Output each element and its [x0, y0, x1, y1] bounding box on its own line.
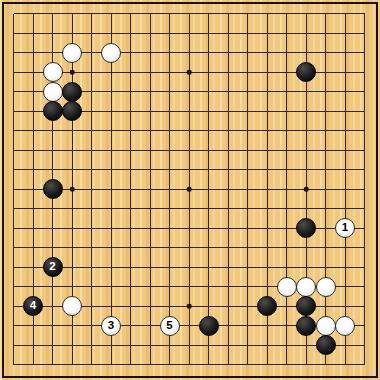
intersection-B10[interactable]: [23, 179, 43, 199]
intersection-H16[interactable]: [140, 62, 160, 82]
intersection-O19[interactable]: [257, 4, 277, 24]
intersection-O9[interactable]: [257, 199, 277, 219]
intersection-Q11[interactable]: [296, 160, 316, 180]
intersection-S6[interactable]: [335, 257, 355, 277]
intersection-F8[interactable]: [101, 218, 121, 238]
intersection-D15[interactable]: [62, 82, 82, 102]
intersection-E14[interactable]: [82, 101, 102, 121]
intersection-F19[interactable]: [101, 4, 121, 24]
intersection-Q7[interactable]: [296, 238, 316, 258]
intersection-D5[interactable]: [62, 277, 82, 297]
intersection-F13[interactable]: [101, 121, 121, 141]
intersection-E12[interactable]: [82, 140, 102, 160]
intersection-O5[interactable]: [257, 277, 277, 297]
intersection-N10[interactable]: [238, 179, 258, 199]
intersection-T4[interactable]: [355, 296, 375, 316]
intersection-Q4[interactable]: [296, 296, 316, 316]
intersection-O6[interactable]: [257, 257, 277, 277]
intersection-M8[interactable]: [218, 218, 238, 238]
intersection-B9[interactable]: [23, 199, 43, 219]
intersection-R16[interactable]: [316, 62, 336, 82]
intersection-B6[interactable]: [23, 257, 43, 277]
intersection-R8[interactable]: [316, 218, 336, 238]
intersection-J9[interactable]: [160, 199, 180, 219]
intersection-N19[interactable]: [238, 4, 258, 24]
intersection-P9[interactable]: [277, 199, 297, 219]
intersection-T2[interactable]: [355, 335, 375, 355]
intersection-K18[interactable]: [179, 23, 199, 43]
intersection-A3[interactable]: [4, 316, 24, 336]
intersection-R6[interactable]: [316, 257, 336, 277]
intersection-T17[interactable]: [355, 43, 375, 63]
intersection-M6[interactable]: [218, 257, 238, 277]
intersection-D14[interactable]: [62, 101, 82, 121]
intersection-Q3[interactable]: [296, 316, 316, 336]
intersection-H7[interactable]: [140, 238, 160, 258]
intersection-P15[interactable]: [277, 82, 297, 102]
intersection-Q12[interactable]: [296, 140, 316, 160]
intersection-B8[interactable]: [23, 218, 43, 238]
intersection-O10[interactable]: [257, 179, 277, 199]
intersection-G2[interactable]: [121, 335, 141, 355]
intersection-T16[interactable]: [355, 62, 375, 82]
intersection-N15[interactable]: [238, 82, 258, 102]
intersection-D8[interactable]: [62, 218, 82, 238]
intersection-C1[interactable]: [43, 355, 63, 375]
intersection-H14[interactable]: [140, 101, 160, 121]
intersection-E16[interactable]: [82, 62, 102, 82]
intersection-K1[interactable]: [179, 355, 199, 375]
intersection-A18[interactable]: [4, 23, 24, 43]
intersection-M14[interactable]: [218, 101, 238, 121]
intersection-E10[interactable]: [82, 179, 102, 199]
intersection-D11[interactable]: [62, 160, 82, 180]
intersection-N11[interactable]: [238, 160, 258, 180]
intersection-T9[interactable]: [355, 199, 375, 219]
intersection-L14[interactable]: [199, 101, 219, 121]
intersection-Q6[interactable]: [296, 257, 316, 277]
intersection-F14[interactable]: [101, 101, 121, 121]
intersection-L12[interactable]: [199, 140, 219, 160]
intersection-L7[interactable]: [199, 238, 219, 258]
intersection-S15[interactable]: [335, 82, 355, 102]
intersection-J6[interactable]: [160, 257, 180, 277]
intersection-J15[interactable]: [160, 82, 180, 102]
intersection-C5[interactable]: [43, 277, 63, 297]
intersection-P11[interactable]: [277, 160, 297, 180]
intersection-D18[interactable]: [62, 23, 82, 43]
intersection-P2[interactable]: [277, 335, 297, 355]
intersection-D1[interactable]: [62, 355, 82, 375]
intersection-C12[interactable]: [43, 140, 63, 160]
intersection-M2[interactable]: [218, 335, 238, 355]
intersection-G14[interactable]: [121, 101, 141, 121]
intersection-Q9[interactable]: [296, 199, 316, 219]
intersection-K11[interactable]: [179, 160, 199, 180]
intersection-S3[interactable]: [335, 316, 355, 336]
intersection-E2[interactable]: [82, 335, 102, 355]
intersection-O15[interactable]: [257, 82, 277, 102]
intersection-A9[interactable]: [4, 199, 24, 219]
intersection-H10[interactable]: [140, 179, 160, 199]
intersection-K3[interactable]: [179, 316, 199, 336]
intersection-H9[interactable]: [140, 199, 160, 219]
intersection-F6[interactable]: [101, 257, 121, 277]
intersection-L3[interactable]: [199, 316, 219, 336]
intersection-D7[interactable]: [62, 238, 82, 258]
intersection-F4[interactable]: [101, 296, 121, 316]
intersection-S17[interactable]: [335, 43, 355, 63]
intersection-R2[interactable]: [316, 335, 336, 355]
intersection-N6[interactable]: [238, 257, 258, 277]
intersection-O17[interactable]: [257, 43, 277, 63]
intersection-T11[interactable]: [355, 160, 375, 180]
intersection-A10[interactable]: [4, 179, 24, 199]
intersection-E9[interactable]: [82, 199, 102, 219]
intersection-J11[interactable]: [160, 160, 180, 180]
intersection-C3[interactable]: [43, 316, 63, 336]
intersection-N17[interactable]: [238, 43, 258, 63]
intersection-B3[interactable]: [23, 316, 43, 336]
intersection-F3[interactable]: 3: [101, 316, 121, 336]
intersection-T8[interactable]: [355, 218, 375, 238]
intersection-S13[interactable]: [335, 121, 355, 141]
intersection-G13[interactable]: [121, 121, 141, 141]
intersection-A13[interactable]: [4, 121, 24, 141]
intersection-R9[interactable]: [316, 199, 336, 219]
intersection-G8[interactable]: [121, 218, 141, 238]
intersection-E1[interactable]: [82, 355, 102, 375]
intersection-B1[interactable]: [23, 355, 43, 375]
intersection-K16[interactable]: [179, 62, 199, 82]
intersection-H8[interactable]: [140, 218, 160, 238]
intersection-Q1[interactable]: [296, 355, 316, 375]
intersection-E19[interactable]: [82, 4, 102, 24]
intersection-S1[interactable]: [335, 355, 355, 375]
intersection-F2[interactable]: [101, 335, 121, 355]
intersection-C2[interactable]: [43, 335, 63, 355]
intersection-N18[interactable]: [238, 23, 258, 43]
intersection-K7[interactable]: [179, 238, 199, 258]
intersection-G6[interactable]: [121, 257, 141, 277]
intersection-A4[interactable]: [4, 296, 24, 316]
intersection-K8[interactable]: [179, 218, 199, 238]
intersection-C15[interactable]: [43, 82, 63, 102]
intersection-B5[interactable]: [23, 277, 43, 297]
intersection-N5[interactable]: [238, 277, 258, 297]
intersection-O2[interactable]: [257, 335, 277, 355]
intersection-F17[interactable]: [101, 43, 121, 63]
intersection-N7[interactable]: [238, 238, 258, 258]
intersection-C7[interactable]: [43, 238, 63, 258]
intersection-F11[interactable]: [101, 160, 121, 180]
intersection-O3[interactable]: [257, 316, 277, 336]
intersection-E6[interactable]: [82, 257, 102, 277]
intersection-R18[interactable]: [316, 23, 336, 43]
intersection-H11[interactable]: [140, 160, 160, 180]
intersection-S8[interactable]: 1: [335, 218, 355, 238]
intersection-T10[interactable]: [355, 179, 375, 199]
intersection-R19[interactable]: [316, 4, 336, 24]
intersection-N14[interactable]: [238, 101, 258, 121]
intersection-M4[interactable]: [218, 296, 238, 316]
intersection-O8[interactable]: [257, 218, 277, 238]
intersection-B2[interactable]: [23, 335, 43, 355]
intersection-L19[interactable]: [199, 4, 219, 24]
intersection-A8[interactable]: [4, 218, 24, 238]
intersection-E7[interactable]: [82, 238, 102, 258]
intersection-M11[interactable]: [218, 160, 238, 180]
intersection-A5[interactable]: [4, 277, 24, 297]
intersection-N16[interactable]: [238, 62, 258, 82]
intersection-M9[interactable]: [218, 199, 238, 219]
intersection-J12[interactable]: [160, 140, 180, 160]
intersection-L9[interactable]: [199, 199, 219, 219]
intersection-M12[interactable]: [218, 140, 238, 160]
intersection-O7[interactable]: [257, 238, 277, 258]
intersection-A1[interactable]: [4, 355, 24, 375]
intersection-A19[interactable]: [4, 4, 24, 24]
intersection-A2[interactable]: [4, 335, 24, 355]
intersection-K2[interactable]: [179, 335, 199, 355]
intersection-C10[interactable]: [43, 179, 63, 199]
intersection-E17[interactable]: [82, 43, 102, 63]
intersection-K5[interactable]: [179, 277, 199, 297]
intersection-P7[interactable]: [277, 238, 297, 258]
intersection-R15[interactable]: [316, 82, 336, 102]
intersection-J16[interactable]: [160, 62, 180, 82]
intersection-G3[interactable]: [121, 316, 141, 336]
intersection-K13[interactable]: [179, 121, 199, 141]
intersection-J19[interactable]: [160, 4, 180, 24]
intersection-P16[interactable]: [277, 62, 297, 82]
intersection-M3[interactable]: [218, 316, 238, 336]
intersection-S10[interactable]: [335, 179, 355, 199]
intersection-L18[interactable]: [199, 23, 219, 43]
intersection-C13[interactable]: [43, 121, 63, 141]
intersection-O13[interactable]: [257, 121, 277, 141]
intersection-P8[interactable]: [277, 218, 297, 238]
intersection-C14[interactable]: [43, 101, 63, 121]
intersection-S12[interactable]: [335, 140, 355, 160]
intersection-S2[interactable]: [335, 335, 355, 355]
intersection-F18[interactable]: [101, 23, 121, 43]
intersection-L6[interactable]: [199, 257, 219, 277]
intersection-B11[interactable]: [23, 160, 43, 180]
intersection-D16[interactable]: [62, 62, 82, 82]
intersection-C17[interactable]: [43, 43, 63, 63]
intersection-E18[interactable]: [82, 23, 102, 43]
intersection-D3[interactable]: [62, 316, 82, 336]
intersection-S9[interactable]: [335, 199, 355, 219]
intersection-C19[interactable]: [43, 4, 63, 24]
intersection-R10[interactable]: [316, 179, 336, 199]
intersection-J17[interactable]: [160, 43, 180, 63]
intersection-A14[interactable]: [4, 101, 24, 121]
intersection-R4[interactable]: [316, 296, 336, 316]
intersection-M5[interactable]: [218, 277, 238, 297]
intersection-F15[interactable]: [101, 82, 121, 102]
intersection-B14[interactable]: [23, 101, 43, 121]
intersection-S7[interactable]: [335, 238, 355, 258]
intersection-G12[interactable]: [121, 140, 141, 160]
intersection-E11[interactable]: [82, 160, 102, 180]
intersection-E5[interactable]: [82, 277, 102, 297]
intersection-B7[interactable]: [23, 238, 43, 258]
intersection-O11[interactable]: [257, 160, 277, 180]
intersection-R17[interactable]: [316, 43, 336, 63]
intersection-F12[interactable]: [101, 140, 121, 160]
intersection-T1[interactable]: [355, 355, 375, 375]
intersection-H3[interactable]: [140, 316, 160, 336]
intersection-H6[interactable]: [140, 257, 160, 277]
intersection-M7[interactable]: [218, 238, 238, 258]
intersection-D4[interactable]: [62, 296, 82, 316]
intersection-G10[interactable]: [121, 179, 141, 199]
intersection-M16[interactable]: [218, 62, 238, 82]
intersection-L4[interactable]: [199, 296, 219, 316]
intersection-H15[interactable]: [140, 82, 160, 102]
intersection-O14[interactable]: [257, 101, 277, 121]
intersection-D2[interactable]: [62, 335, 82, 355]
intersection-G17[interactable]: [121, 43, 141, 63]
intersection-E15[interactable]: [82, 82, 102, 102]
intersection-A16[interactable]: [4, 62, 24, 82]
intersection-S11[interactable]: [335, 160, 355, 180]
intersection-T7[interactable]: [355, 238, 375, 258]
intersection-M13[interactable]: [218, 121, 238, 141]
intersection-Q15[interactable]: [296, 82, 316, 102]
intersection-M10[interactable]: [218, 179, 238, 199]
intersection-Q17[interactable]: [296, 43, 316, 63]
intersection-Q5[interactable]: [296, 277, 316, 297]
intersection-R13[interactable]: [316, 121, 336, 141]
intersection-N4[interactable]: [238, 296, 258, 316]
intersection-D6[interactable]: [62, 257, 82, 277]
intersection-N12[interactable]: [238, 140, 258, 160]
intersection-H4[interactable]: [140, 296, 160, 316]
intersection-Q19[interactable]: [296, 4, 316, 24]
intersection-K9[interactable]: [179, 199, 199, 219]
intersection-R3[interactable]: [316, 316, 336, 336]
intersection-D19[interactable]: [62, 4, 82, 24]
intersection-N8[interactable]: [238, 218, 258, 238]
intersection-F7[interactable]: [101, 238, 121, 258]
intersection-K12[interactable]: [179, 140, 199, 160]
intersection-A17[interactable]: [4, 43, 24, 63]
intersection-G5[interactable]: [121, 277, 141, 297]
intersection-M18[interactable]: [218, 23, 238, 43]
intersection-O1[interactable]: [257, 355, 277, 375]
intersection-L15[interactable]: [199, 82, 219, 102]
intersection-T12[interactable]: [355, 140, 375, 160]
intersection-P1[interactable]: [277, 355, 297, 375]
intersection-A12[interactable]: [4, 140, 24, 160]
intersection-P10[interactable]: [277, 179, 297, 199]
intersection-R7[interactable]: [316, 238, 336, 258]
intersection-B4[interactable]: 4: [23, 296, 43, 316]
intersection-K19[interactable]: [179, 4, 199, 24]
intersection-O12[interactable]: [257, 140, 277, 160]
intersection-K14[interactable]: [179, 101, 199, 121]
intersection-D12[interactable]: [62, 140, 82, 160]
intersection-K15[interactable]: [179, 82, 199, 102]
intersection-L16[interactable]: [199, 62, 219, 82]
intersection-L5[interactable]: [199, 277, 219, 297]
intersection-C4[interactable]: [43, 296, 63, 316]
intersection-T6[interactable]: [355, 257, 375, 277]
intersection-J14[interactable]: [160, 101, 180, 121]
intersection-G11[interactable]: [121, 160, 141, 180]
intersection-F10[interactable]: [101, 179, 121, 199]
intersection-G1[interactable]: [121, 355, 141, 375]
intersection-F5[interactable]: [101, 277, 121, 297]
intersection-H2[interactable]: [140, 335, 160, 355]
intersection-C18[interactable]: [43, 23, 63, 43]
intersection-J8[interactable]: [160, 218, 180, 238]
intersection-T3[interactable]: [355, 316, 375, 336]
intersection-Q10[interactable]: [296, 179, 316, 199]
intersection-N13[interactable]: [238, 121, 258, 141]
intersection-J7[interactable]: [160, 238, 180, 258]
intersection-P19[interactable]: [277, 4, 297, 24]
intersection-A7[interactable]: [4, 238, 24, 258]
intersection-L8[interactable]: [199, 218, 219, 238]
intersection-A6[interactable]: [4, 257, 24, 277]
intersection-T13[interactable]: [355, 121, 375, 141]
intersection-S18[interactable]: [335, 23, 355, 43]
intersection-J5[interactable]: [160, 277, 180, 297]
intersection-S5[interactable]: [335, 277, 355, 297]
intersection-H17[interactable]: [140, 43, 160, 63]
intersection-G7[interactable]: [121, 238, 141, 258]
intersection-L17[interactable]: [199, 43, 219, 63]
intersection-B15[interactable]: [23, 82, 43, 102]
intersection-N1[interactable]: [238, 355, 258, 375]
intersection-M19[interactable]: [218, 4, 238, 24]
intersection-K4[interactable]: [179, 296, 199, 316]
intersection-B18[interactable]: [23, 23, 43, 43]
intersection-C16[interactable]: [43, 62, 63, 82]
intersection-M1[interactable]: [218, 355, 238, 375]
intersection-Q14[interactable]: [296, 101, 316, 121]
intersection-D17[interactable]: [62, 43, 82, 63]
intersection-P18[interactable]: [277, 23, 297, 43]
intersection-B12[interactable]: [23, 140, 43, 160]
intersection-P3[interactable]: [277, 316, 297, 336]
intersection-G15[interactable]: [121, 82, 141, 102]
intersection-N2[interactable]: [238, 335, 258, 355]
intersection-M15[interactable]: [218, 82, 238, 102]
intersection-H5[interactable]: [140, 277, 160, 297]
intersection-H12[interactable]: [140, 140, 160, 160]
intersection-R12[interactable]: [316, 140, 336, 160]
intersection-K6[interactable]: [179, 257, 199, 277]
intersection-O16[interactable]: [257, 62, 277, 82]
intersection-T5[interactable]: [355, 277, 375, 297]
intersection-D10[interactable]: [62, 179, 82, 199]
intersection-R1[interactable]: [316, 355, 336, 375]
intersection-P5[interactable]: [277, 277, 297, 297]
intersection-E4[interactable]: [82, 296, 102, 316]
intersection-C8[interactable]: [43, 218, 63, 238]
intersection-L2[interactable]: [199, 335, 219, 355]
intersection-J4[interactable]: [160, 296, 180, 316]
intersection-P12[interactable]: [277, 140, 297, 160]
intersection-P6[interactable]: [277, 257, 297, 277]
intersection-F9[interactable]: [101, 199, 121, 219]
intersection-H1[interactable]: [140, 355, 160, 375]
